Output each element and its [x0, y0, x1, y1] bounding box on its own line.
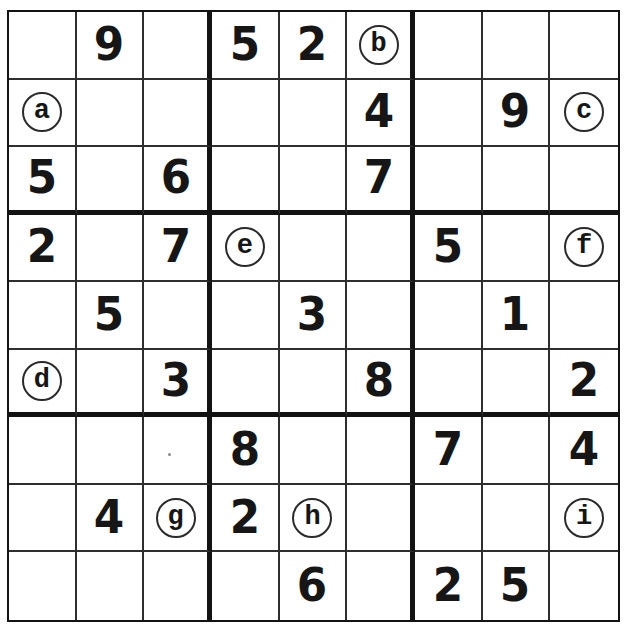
given-digit: 2: [27, 223, 57, 271]
circled-label-c: c: [564, 92, 604, 132]
given-digit: 2: [569, 357, 599, 405]
print-speck: [168, 453, 171, 456]
cell-r6c6: 8: [347, 350, 415, 418]
cell-r6c7: [415, 350, 483, 418]
cell-r7c3: [144, 417, 212, 485]
cell-r9c1: [9, 552, 77, 620]
circled-label-a: a: [22, 92, 62, 132]
cell-r3c2: [77, 147, 145, 215]
cell-r9c9: [550, 552, 618, 620]
cell-r8c9: i: [550, 485, 618, 553]
given-digit: 4: [363, 88, 393, 136]
cell-r6c9: 2: [550, 350, 618, 418]
given-digit: 6: [160, 154, 190, 202]
cell-r6c8: [483, 350, 551, 418]
given-digit: 9: [500, 88, 530, 136]
cell-r7c5: [280, 417, 348, 485]
cell-r8c4: 2: [212, 485, 280, 553]
cell-r2c2: [77, 80, 145, 148]
cell-r2c4: [212, 80, 280, 148]
cell-r8c2: 4: [77, 485, 145, 553]
given-digit: 5: [27, 154, 57, 202]
cell-r5c4: [212, 282, 280, 350]
given-digit: 4: [569, 426, 599, 474]
cell-r4c4: e: [212, 215, 280, 283]
circled-label-b: b: [359, 25, 399, 65]
cell-r7c9: 4: [550, 417, 618, 485]
cell-r8c5: h: [280, 485, 348, 553]
cell-r5c2: 5: [77, 282, 145, 350]
cell-r4c3: 7: [144, 215, 212, 283]
cell-r5c5: 3: [280, 282, 348, 350]
circled-label-h: h: [292, 498, 332, 538]
cell-r3c7: [415, 147, 483, 215]
cell-r1c5: 2: [280, 12, 348, 80]
cell-r1c7: [415, 12, 483, 80]
given-digit: 8: [230, 426, 260, 474]
cell-r9c6: [347, 552, 415, 620]
cell-r1c3: [144, 12, 212, 80]
circled-label-e: e: [225, 227, 265, 267]
cell-r1c4: 5: [212, 12, 280, 80]
circled-label-g: g: [156, 498, 196, 538]
cell-r4c1: 2: [9, 215, 77, 283]
given-digit: 7: [433, 426, 463, 474]
cell-r1c1: [9, 12, 77, 80]
cell-r7c8: [483, 417, 551, 485]
cell-r2c7: [415, 80, 483, 148]
cell-r3c8: [483, 147, 551, 215]
cell-r9c2: [77, 552, 145, 620]
cell-r8c1: [9, 485, 77, 553]
cell-r5c9: [550, 282, 618, 350]
given-digit: 3: [297, 291, 327, 339]
cell-r6c5: [280, 350, 348, 418]
cell-r3c1: 5: [9, 147, 77, 215]
cell-r3c5: [280, 147, 348, 215]
cell-r1c8: [483, 12, 551, 80]
cell-r4c2: [77, 215, 145, 283]
cell-r9c5: 6: [280, 552, 348, 620]
cell-r6c2: [77, 350, 145, 418]
cell-r8c6: [347, 485, 415, 553]
cell-r4c5: [280, 215, 348, 283]
cell-r2c6: 4: [347, 80, 415, 148]
given-digit: 9: [94, 21, 124, 69]
cell-r2c1: a: [9, 80, 77, 148]
sudoku-board: 952ba49c56727e5f531d3828744g2hi625: [7, 10, 620, 622]
given-digit: 7: [363, 154, 393, 202]
cell-r3c6: 7: [347, 147, 415, 215]
cell-r7c6: [347, 417, 415, 485]
given-digit: 2: [433, 562, 463, 610]
cell-r9c8: 5: [483, 552, 551, 620]
cell-r8c3: g: [144, 485, 212, 553]
given-digit: 8: [363, 357, 393, 405]
cell-r7c1: [9, 417, 77, 485]
cell-r9c4: [212, 552, 280, 620]
cell-r9c3: [144, 552, 212, 620]
given-digit: 2: [230, 494, 260, 542]
circled-label-i: i: [564, 498, 604, 538]
cell-r5c1: [9, 282, 77, 350]
cell-r3c4: [212, 147, 280, 215]
cell-r7c2: [77, 417, 145, 485]
cell-r2c9: c: [550, 80, 618, 148]
given-digit: 5: [500, 562, 530, 610]
cell-r1c2: 9: [77, 12, 145, 80]
circled-label-f: f: [564, 227, 604, 267]
cell-r4c6: [347, 215, 415, 283]
circled-label-d: d: [22, 361, 62, 401]
cell-r6c3: 3: [144, 350, 212, 418]
cell-r1c6: b: [347, 12, 415, 80]
cell-r2c3: [144, 80, 212, 148]
given-digit: 6: [297, 562, 327, 610]
given-digit: 3: [160, 357, 190, 405]
cell-r4c8: [483, 215, 551, 283]
given-digit: 5: [230, 21, 260, 69]
cell-r6c1: d: [9, 350, 77, 418]
given-digit: 4: [94, 494, 124, 542]
cell-r4c9: f: [550, 215, 618, 283]
cell-r5c3: [144, 282, 212, 350]
cell-r6c4: [212, 350, 280, 418]
cell-r8c7: [415, 485, 483, 553]
cell-r2c8: 9: [483, 80, 551, 148]
cell-r8c8: [483, 485, 551, 553]
cell-r3c9: [550, 147, 618, 215]
cell-r1c9: [550, 12, 618, 80]
given-digit: 1: [500, 291, 530, 339]
cell-r4c7: 5: [415, 215, 483, 283]
given-digit: 2: [297, 21, 327, 69]
cell-r9c7: 2: [415, 552, 483, 620]
cell-r5c7: [415, 282, 483, 350]
cell-r2c5: [280, 80, 348, 148]
given-digit: 5: [94, 291, 124, 339]
cell-r7c4: 8: [212, 417, 280, 485]
cell-r5c6: [347, 282, 415, 350]
cell-r5c8: 1: [483, 282, 551, 350]
given-digit: 7: [160, 223, 190, 271]
cell-r7c7: 7: [415, 417, 483, 485]
given-digit: 5: [433, 223, 463, 271]
cell-r3c3: 6: [144, 147, 212, 215]
